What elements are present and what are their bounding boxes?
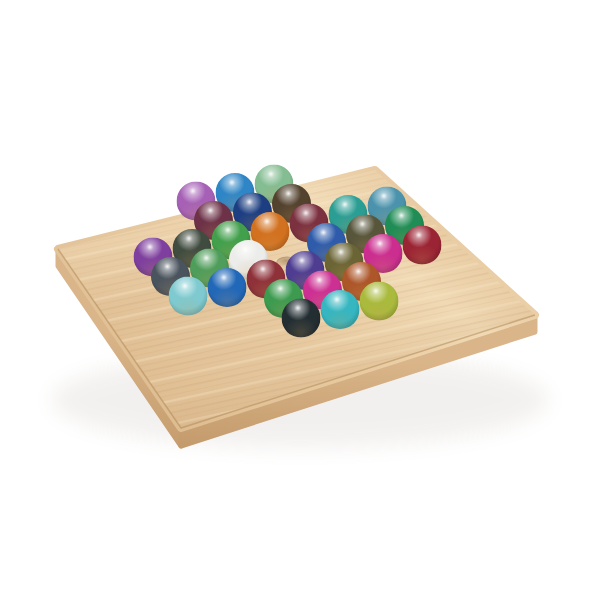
product-photo-stage [0,0,600,600]
marble-g5-crimson[interactable] [402,225,441,264]
